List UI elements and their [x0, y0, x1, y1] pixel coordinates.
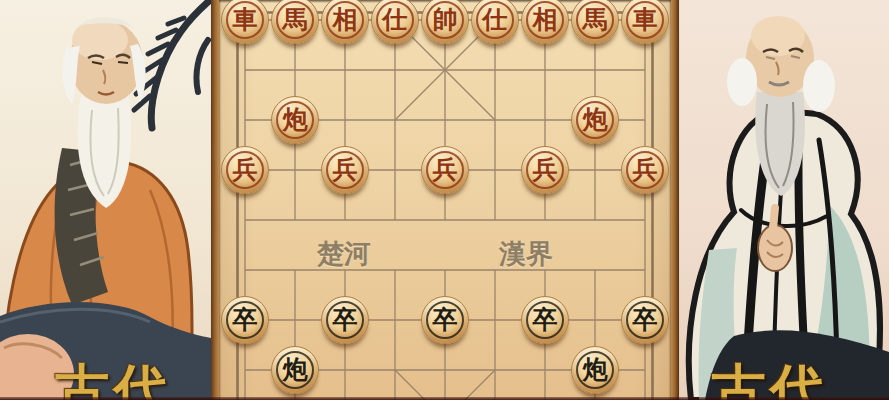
- piece-glyph: 兵: [233, 157, 258, 182]
- piece-glyph: 仕: [483, 7, 508, 32]
- piece-red-r3c0[interactable]: 兵: [221, 146, 269, 194]
- piece-black-r6c6[interactable]: 卒: [521, 296, 569, 344]
- piece-red-r0c5[interactable]: 仕: [471, 0, 519, 44]
- piece-red-r2c7[interactable]: 炮: [571, 96, 619, 144]
- piece-glyph: 兵: [633, 157, 658, 182]
- piece-glyph: 兵: [533, 157, 558, 182]
- piece-black-r6c0[interactable]: 卒: [221, 296, 269, 344]
- xiangqi-board: 楚河 漢界 車馬相仕帥仕相馬車炮炮兵兵兵兵兵卒卒卒卒卒炮炮: [219, 0, 671, 400]
- right-painting-panel: 古代: [679, 0, 889, 400]
- piece-glyph: 帥: [433, 7, 458, 32]
- piece-glyph: 兵: [433, 157, 458, 182]
- piece-glyph: 炮: [583, 357, 608, 382]
- piece-red-r0c1[interactable]: 馬: [271, 0, 319, 44]
- board-frame-left: [211, 0, 219, 400]
- board-frame-right: [671, 0, 679, 400]
- piece-red-r2c1[interactable]: 炮: [271, 96, 319, 144]
- piece-glyph: 卒: [433, 307, 458, 332]
- piece-red-r0c3[interactable]: 仕: [371, 0, 419, 44]
- piece-red-r3c6[interactable]: 兵: [521, 146, 569, 194]
- piece-glyph: 炮: [283, 107, 308, 132]
- piece-red-r0c2[interactable]: 相: [321, 0, 369, 44]
- piece-glyph: 仕: [383, 7, 408, 32]
- pieces-layer: 車馬相仕帥仕相馬車炮炮兵兵兵兵兵卒卒卒卒卒炮炮: [220, 0, 670, 395]
- piece-glyph: 相: [333, 7, 358, 32]
- piece-glyph: 炮: [283, 357, 308, 382]
- piece-red-r0c4[interactable]: 帥: [421, 0, 469, 44]
- piece-glyph: 馬: [583, 7, 608, 32]
- piece-glyph: 車: [233, 7, 258, 32]
- piece-glyph: 炮: [583, 107, 608, 132]
- board-area: 楚河 漢界 車馬相仕帥仕相馬車炮炮兵兵兵兵兵卒卒卒卒卒炮炮: [211, 0, 679, 400]
- piece-glyph: 卒: [333, 307, 358, 332]
- piece-black-r7c1[interactable]: 炮: [271, 346, 319, 394]
- piece-red-r3c4[interactable]: 兵: [421, 146, 469, 194]
- piece-black-r6c2[interactable]: 卒: [321, 296, 369, 344]
- piece-red-r3c8[interactable]: 兵: [621, 146, 669, 194]
- piece-glyph: 相: [533, 7, 558, 32]
- sage-painting-left: [0, 0, 211, 400]
- xiangqi-game-screen: 古代: [0, 0, 889, 400]
- piece-glyph: 馬: [283, 7, 308, 32]
- piece-glyph: 卒: [633, 307, 658, 332]
- piece-black-r6c8[interactable]: 卒: [621, 296, 669, 344]
- piece-red-r3c2[interactable]: 兵: [321, 146, 369, 194]
- piece-red-r0c6[interactable]: 相: [521, 0, 569, 44]
- piece-black-r6c4[interactable]: 卒: [421, 296, 469, 344]
- piece-red-r0c0[interactable]: 車: [221, 0, 269, 44]
- piece-red-r0c7[interactable]: 馬: [571, 0, 619, 44]
- piece-red-r0c8[interactable]: 車: [621, 0, 669, 44]
- sage-painting-right: [679, 0, 889, 400]
- left-painting-panel: 古代: [0, 0, 211, 400]
- piece-glyph: 卒: [533, 307, 558, 332]
- piece-black-r7c7[interactable]: 炮: [571, 346, 619, 394]
- piece-glyph: 車: [633, 7, 658, 32]
- piece-glyph: 卒: [233, 307, 258, 332]
- piece-glyph: 兵: [333, 157, 358, 182]
